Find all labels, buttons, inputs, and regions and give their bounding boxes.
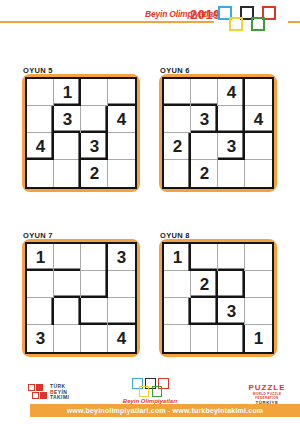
grid-cell-r4c2[interactable] [54,325,81,352]
turk-beyin-takimi-wordmark: TÜRK BEYİN TAKIMI [50,384,69,401]
grid-cell-r2c2[interactable]: 3 [54,106,81,133]
grid-cell-r4c1[interactable] [164,325,191,352]
grid-cell-r2c2[interactable] [54,271,81,298]
grid-cell-r2c1[interactable] [164,271,191,298]
grid-cell-r2c1[interactable] [27,106,54,133]
grid-cell-r2c1[interactable] [164,106,191,133]
grid-cell-r3c2[interactable] [54,298,81,325]
grid-cell-r4c4[interactable] [108,160,135,187]
grid-cell-r1c2[interactable] [54,244,81,271]
grid-cell-r3c2[interactable] [191,133,218,160]
grid-cell-r3c4[interactable] [108,133,135,160]
grid-cell-r1c1[interactable]: 1 [164,244,191,271]
grid-cell-r4c2[interactable] [191,325,218,352]
grid-cell-r1c4[interactable] [245,244,272,271]
grid-cell-r1c3[interactable]: 4 [218,79,245,106]
square-green-icon [251,17,265,31]
puzzle-board-oyun7: 1334 [22,239,140,357]
grid-cell-r2c2[interactable]: 3 [191,106,218,133]
grid-cell-r4c1[interactable] [164,160,191,187]
grid-cell-r4c4[interactable]: 4 [108,325,135,352]
grid-cell-r1c1[interactable] [27,79,54,106]
grid-cell-r1c2[interactable] [191,244,218,271]
grid-cell-r1c2[interactable]: 1 [54,79,81,106]
square-green-icon [152,386,163,397]
turk-beyin-takimi-logo-icon [28,384,46,400]
grid-cell-r1c3[interactable] [81,79,108,106]
puzzle-grid-oyun8: 1231 [162,242,274,354]
grid-cell-r4c2[interactable]: 2 [191,160,218,187]
footer-url-bar: www.beyinolimpiyatlari.com - www.turkbey… [30,404,300,417]
puzzle-board-oyun5: 134432 [22,74,140,192]
grid-cell-r2c4[interactable] [245,271,272,298]
grid-cell-r3c4[interactable] [245,133,272,160]
puzzle-board-oyun8: 1231 [159,239,277,357]
grid-cell-r2c4[interactable] [108,271,135,298]
grid-cell-r3c4[interactable] [245,298,272,325]
square-yellow-icon [229,17,243,31]
square-yellow-icon [139,386,150,397]
wpf-subtitle: WORLD PUZZLE FEDERATION [243,392,291,400]
grid-cell-r3c2[interactable] [54,133,81,160]
footer-olympic-squares-logo [132,378,168,398]
grid-cell-r3c3[interactable]: 3 [81,133,108,160]
olympic-squares-logo [218,4,298,32]
header-rule-left [0,21,214,23]
grid-cell-r4c2[interactable] [54,160,81,187]
grid-cell-r3c3[interactable] [81,298,108,325]
grid-cell-r4c1[interactable]: 3 [27,325,54,352]
puzzle-board-oyun6: 434232 [159,74,277,192]
grid-cell-r3c1[interactable] [164,298,191,325]
grid-cell-r2c2[interactable]: 2 [191,271,218,298]
puzzle-worksheet-page: { "game": "4x4 region number puzzle work… [0,0,300,424]
puzzle-grid-oyun7: 1334 [25,242,137,354]
grid-cell-r1c1[interactable]: 1 [27,244,54,271]
grid-cell-r1c4[interactable] [108,79,135,106]
grid-cell-r4c3[interactable] [81,325,108,352]
grid-cell-r1c3[interactable] [218,244,245,271]
grid-cell-r3c1[interactable]: 2 [164,133,191,160]
grid-cell-r1c4[interactable]: 3 [108,244,135,271]
grid-cell-r3c1[interactable]: 4 [27,133,54,160]
grid-cell-r2c3[interactable] [218,271,245,298]
grid-cell-r2c3[interactable] [81,271,108,298]
grid-cell-r1c3[interactable] [81,244,108,271]
puzzle-grid-oyun6: 434232 [162,77,274,189]
grid-cell-r2c3[interactable] [218,106,245,133]
grid-cell-r1c1[interactable] [164,79,191,106]
brand-year: 2019 [190,7,221,22]
grid-cell-r4c4[interactable]: 1 [245,325,272,352]
grid-cell-r1c4[interactable] [245,79,272,106]
grid-cell-r1c2[interactable] [191,79,218,106]
grid-cell-r3c1[interactable] [27,298,54,325]
grid-cell-r3c3[interactable]: 3 [218,133,245,160]
grid-cell-r4c1[interactable] [27,160,54,187]
grid-cell-r3c2[interactable] [191,298,218,325]
grid-cell-r2c1[interactable] [27,271,54,298]
grid-cell-r4c3[interactable] [218,160,245,187]
grid-cell-r4c3[interactable] [218,325,245,352]
puzzle-grid-oyun5: 134432 [25,77,137,189]
grid-cell-r2c4[interactable]: 4 [245,106,272,133]
footer-urls-link[interactable]: www.beyinolimpiyatlari.com - www.turkbey… [67,407,264,414]
grid-cell-r4c3[interactable]: 2 [81,160,108,187]
tbt-line3: TAKIMI [50,395,69,401]
grid-cell-r2c3[interactable] [81,106,108,133]
wpf-title: PUZZLE [243,384,291,392]
grid-cell-r2c4[interactable]: 4 [108,106,135,133]
grid-cell-r3c4[interactable] [108,298,135,325]
grid-cell-r4c4[interactable] [245,160,272,187]
grid-cell-r3c3[interactable]: 3 [218,298,245,325]
